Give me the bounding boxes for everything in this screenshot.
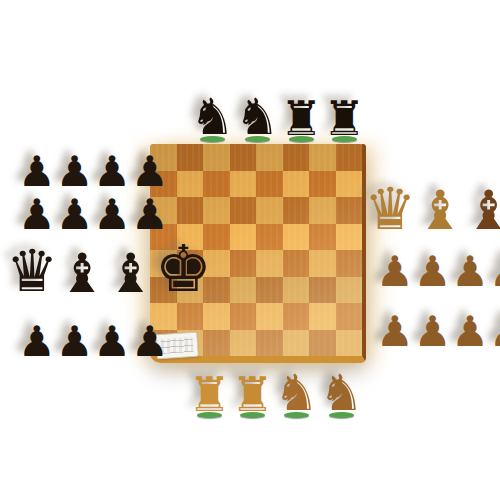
queen-piece-icon: ♛	[364, 183, 416, 236]
board-square	[283, 197, 310, 224]
board-square	[309, 303, 336, 330]
board-square	[283, 330, 310, 357]
white-pawn: ♟	[489, 253, 500, 292]
white-bishop: ♝	[464, 186, 500, 236]
board-square	[309, 197, 336, 224]
board-square	[256, 303, 283, 330]
black-pawn: ♟	[131, 153, 169, 192]
black-pawn: ♟	[93, 196, 131, 235]
right-tray-row-1: ♛♝♝♚	[362, 170, 498, 236]
white-pawn: ♟	[376, 313, 414, 352]
black-pawn: ♟	[18, 153, 56, 192]
pawn-piece-icon: ♟	[451, 253, 489, 292]
black-bishop: ♝	[58, 249, 106, 299]
board-square	[309, 330, 336, 357]
board-square	[256, 144, 283, 171]
bishop-piece-icon: ♝	[416, 186, 464, 236]
pawn-piece-icon: ♟	[451, 313, 489, 352]
black-pawn: ♟	[131, 196, 169, 235]
board-square	[336, 250, 363, 277]
knight-piece-icon: ♞	[190, 94, 235, 140]
white-pawn: ♟	[414, 313, 452, 352]
board-square	[230, 171, 257, 198]
pawn-piece-icon: ♟	[18, 196, 56, 235]
pawn-piece-icon: ♟	[131, 323, 169, 362]
green-felt-base	[240, 412, 265, 418]
white-pawn: ♟	[451, 253, 489, 292]
board-square	[283, 171, 310, 198]
board-square	[203, 171, 230, 198]
green-felt-base	[245, 136, 270, 142]
board-square	[230, 250, 257, 277]
white-bishop: ♝	[416, 186, 464, 236]
board-square	[203, 330, 230, 357]
board-square	[283, 277, 310, 304]
board-square	[283, 303, 310, 330]
board-square	[177, 303, 204, 330]
left-tray-row-1: ♟♟♟♟	[6, 148, 154, 191]
king-piece-icon: ♚	[155, 240, 212, 299]
board-square	[177, 171, 204, 198]
rook-piece-icon: ♜	[231, 372, 274, 416]
black-pawn: ♟	[93, 323, 131, 362]
board-square	[309, 277, 336, 304]
board-square	[309, 144, 336, 171]
board-square	[256, 197, 283, 224]
pawn-piece-icon: ♟	[131, 153, 169, 192]
board-square	[230, 330, 257, 357]
green-felt-base	[329, 412, 354, 418]
black-king: ♚	[155, 240, 212, 299]
black-pawn: ♟	[18, 196, 56, 235]
pawn-piece-icon: ♟	[414, 313, 452, 352]
rook-piece-icon: ♜	[323, 96, 366, 140]
board-square	[336, 171, 363, 198]
green-felt-base	[197, 412, 222, 418]
board-square	[336, 303, 363, 330]
board-square	[177, 197, 204, 224]
pawn-piece-icon: ♟	[93, 153, 131, 192]
black-pawn: ♟	[131, 323, 169, 362]
white-pawn: ♟	[414, 253, 452, 292]
board-square	[283, 224, 310, 251]
board-square	[256, 224, 283, 251]
knight-piece-icon: ♞	[235, 94, 280, 140]
right-tray-row-2: ♟♟♟♟	[362, 246, 498, 292]
queen-piece-icon: ♛	[6, 245, 58, 298]
pawn-piece-icon: ♟	[414, 253, 452, 292]
left-tray-row-2: ♟♟♟♟	[6, 191, 154, 234]
black-pawn: ♟	[93, 153, 131, 192]
knight-piece-icon: ♞	[274, 370, 319, 416]
board-square	[283, 144, 310, 171]
tray-left-black-pieces: ♟♟♟♟♟♟♟♟♛♝♝♚♟♟♟♟	[6, 148, 154, 362]
white-pawn: ♟	[451, 313, 489, 352]
bishop-piece-icon: ♝	[464, 186, 500, 236]
white-pawn: ♟	[489, 313, 500, 352]
board-square	[309, 224, 336, 251]
black-pawn: ♟	[56, 153, 94, 192]
white-pawn: ♟	[376, 253, 414, 292]
board-square	[230, 277, 257, 304]
board-square	[203, 197, 230, 224]
pawn-piece-icon: ♟	[489, 313, 500, 352]
black-knight: ♞	[190, 94, 235, 142]
tray-right-white-pieces: ♛♝♝♚♟♟♟♟♟♟♟♟	[362, 170, 498, 352]
rook-piece-icon: ♜	[280, 96, 323, 140]
left-tray-row-4: ♟♟♟♟	[6, 319, 154, 362]
pawn-piece-icon: ♟	[489, 253, 500, 292]
board-square	[336, 197, 363, 224]
pawn-piece-icon: ♟	[131, 196, 169, 235]
board-square	[256, 171, 283, 198]
board-square	[230, 144, 257, 171]
pawn-piece-icon: ♟	[376, 253, 414, 292]
black-pawn: ♟	[18, 323, 56, 362]
bishop-piece-icon: ♝	[106, 249, 154, 299]
green-felt-base	[332, 136, 357, 142]
pawn-piece-icon: ♟	[18, 323, 56, 362]
tray-bottom-white-rooks-knights: ♜♜♞♞	[186, 366, 342, 418]
board-square	[203, 144, 230, 171]
board-square	[309, 171, 336, 198]
black-queen: ♛	[6, 245, 58, 298]
green-felt-base	[200, 136, 225, 142]
black-rook: ♜	[323, 96, 366, 142]
green-felt-base	[284, 412, 309, 418]
board-square	[336, 144, 363, 171]
black-rook: ♜	[280, 96, 323, 142]
black-bishop: ♝	[106, 249, 154, 299]
board-square	[309, 250, 336, 277]
board-square	[256, 250, 283, 277]
board-square	[230, 197, 257, 224]
white-knight: ♞	[274, 370, 319, 418]
white-rook: ♜	[231, 372, 274, 418]
board-square	[230, 303, 257, 330]
board-square	[203, 303, 230, 330]
board-square	[256, 277, 283, 304]
left-tray-row-3: ♛♝♝♚	[6, 239, 154, 299]
pawn-piece-icon: ♟	[376, 313, 414, 352]
board-square	[256, 330, 283, 357]
pawn-piece-icon: ♟	[93, 323, 131, 362]
board-square	[336, 330, 363, 357]
pawn-piece-icon: ♟	[56, 196, 94, 235]
pawn-piece-icon: ♟	[56, 153, 94, 192]
tray-top-black-knights-rooks: ♞♞♜♜	[188, 78, 342, 142]
board-square	[336, 224, 363, 251]
board-square	[230, 224, 257, 251]
rook-piece-icon: ♜	[188, 372, 231, 416]
white-queen: ♛	[364, 183, 416, 236]
green-felt-base	[289, 136, 314, 142]
board-square	[177, 144, 204, 171]
white-knight: ♞	[319, 370, 364, 418]
pawn-piece-icon: ♟	[56, 323, 94, 362]
board-square	[336, 277, 363, 304]
knight-piece-icon: ♞	[319, 370, 364, 416]
pawn-piece-icon: ♟	[93, 196, 131, 235]
black-knight: ♞	[235, 94, 280, 142]
right-tray-row-3: ♟♟♟♟	[362, 306, 498, 352]
pawn-piece-icon: ♟	[18, 153, 56, 192]
photo-stage: ♞♞♜♜ ♟♟♟♟♟♟♟♟♛♝♝♚♟♟♟♟ ♛♝♝♚♟♟♟♟♟♟♟♟ ♜♜♞♞	[0, 0, 500, 500]
black-pawn: ♟	[56, 323, 94, 362]
board-square	[283, 250, 310, 277]
white-rook: ♜	[188, 372, 231, 418]
black-pawn: ♟	[56, 196, 94, 235]
bishop-piece-icon: ♝	[58, 249, 106, 299]
